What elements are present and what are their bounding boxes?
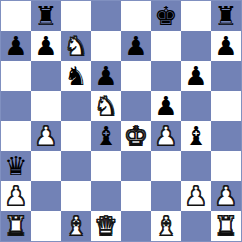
square-e6[interactable] bbox=[121, 61, 151, 91]
square-d3[interactable] bbox=[91, 151, 121, 181]
square-b6[interactable] bbox=[31, 61, 61, 91]
square-e4[interactable]: ♚ bbox=[121, 121, 151, 151]
chess-board: ♜♚♜♟♟♞♟♟♞♟♟♞♟♟♝♚♟♝♛♟♟♟♜♝♛♝♜ bbox=[0, 0, 242, 242]
square-b1[interactable] bbox=[31, 211, 61, 241]
square-c4[interactable] bbox=[61, 121, 91, 151]
piece-white-pawn: ♟ bbox=[214, 181, 237, 211]
square-h7[interactable]: ♟ bbox=[211, 31, 241, 61]
square-a5[interactable] bbox=[1, 91, 31, 121]
square-a6[interactable] bbox=[1, 61, 31, 91]
square-h1[interactable]: ♜ bbox=[211, 211, 241, 241]
square-g2[interactable]: ♟ bbox=[181, 181, 211, 211]
square-f4[interactable]: ♟ bbox=[151, 121, 181, 151]
square-g3[interactable] bbox=[181, 151, 211, 181]
square-a1[interactable]: ♜ bbox=[1, 211, 31, 241]
piece-white-bishop: ♝ bbox=[154, 211, 177, 241]
piece-white-king: ♚ bbox=[124, 121, 147, 151]
piece-white-pawn: ♟ bbox=[184, 181, 207, 211]
piece-black-rook: ♜ bbox=[34, 1, 57, 31]
piece-black-pawn: ♟ bbox=[34, 31, 57, 61]
square-d2[interactable] bbox=[91, 181, 121, 211]
piece-black-pawn: ♟ bbox=[4, 31, 27, 61]
piece-black-king: ♚ bbox=[154, 1, 177, 31]
square-g5[interactable] bbox=[181, 91, 211, 121]
piece-black-pawn: ♟ bbox=[124, 31, 147, 61]
square-e7[interactable]: ♟ bbox=[121, 31, 151, 61]
square-g1[interactable] bbox=[181, 211, 211, 241]
piece-white-pawn: ♟ bbox=[4, 181, 27, 211]
square-h3[interactable] bbox=[211, 151, 241, 181]
square-b3[interactable] bbox=[31, 151, 61, 181]
square-e1[interactable] bbox=[121, 211, 151, 241]
square-e3[interactable] bbox=[121, 151, 151, 181]
square-e2[interactable] bbox=[121, 181, 151, 211]
square-a2[interactable]: ♟ bbox=[1, 181, 31, 211]
square-f1[interactable]: ♝ bbox=[151, 211, 181, 241]
square-d4[interactable]: ♝ bbox=[91, 121, 121, 151]
piece-white-rook: ♜ bbox=[4, 211, 27, 241]
square-f3[interactable] bbox=[151, 151, 181, 181]
square-h5[interactable] bbox=[211, 91, 241, 121]
square-a3[interactable]: ♛ bbox=[1, 151, 31, 181]
square-d1[interactable]: ♛ bbox=[91, 211, 121, 241]
square-d6[interactable]: ♟ bbox=[91, 61, 121, 91]
square-h4[interactable] bbox=[211, 121, 241, 151]
square-d8[interactable] bbox=[91, 1, 121, 31]
piece-black-queen: ♛ bbox=[4, 151, 27, 181]
square-f2[interactable] bbox=[151, 181, 181, 211]
square-f5[interactable]: ♟ bbox=[151, 91, 181, 121]
piece-black-rook: ♜ bbox=[214, 1, 237, 31]
piece-white-queen: ♛ bbox=[94, 211, 117, 241]
square-a7[interactable]: ♟ bbox=[1, 31, 31, 61]
square-b2[interactable] bbox=[31, 181, 61, 211]
square-f7[interactable] bbox=[151, 31, 181, 61]
square-c2[interactable] bbox=[61, 181, 91, 211]
square-c6[interactable]: ♞ bbox=[61, 61, 91, 91]
square-c8[interactable] bbox=[61, 1, 91, 31]
square-e5[interactable] bbox=[121, 91, 151, 121]
square-g8[interactable] bbox=[181, 1, 211, 31]
square-f8[interactable]: ♚ bbox=[151, 1, 181, 31]
square-b8[interactable]: ♜ bbox=[31, 1, 61, 31]
square-g4[interactable]: ♝ bbox=[181, 121, 211, 151]
square-c7[interactable]: ♞ bbox=[61, 31, 91, 61]
square-e8[interactable] bbox=[121, 1, 151, 31]
square-c1[interactable]: ♝ bbox=[61, 211, 91, 241]
piece-black-knight: ♞ bbox=[64, 61, 87, 91]
piece-white-knight: ♞ bbox=[94, 91, 117, 121]
square-h6[interactable] bbox=[211, 61, 241, 91]
piece-white-pawn: ♟ bbox=[154, 121, 177, 151]
piece-black-pawn: ♟ bbox=[214, 31, 237, 61]
piece-white-bishop: ♝ bbox=[64, 211, 87, 241]
piece-black-pawn: ♟ bbox=[184, 61, 207, 91]
square-a4[interactable] bbox=[1, 121, 31, 151]
square-d7[interactable] bbox=[91, 31, 121, 61]
square-c5[interactable] bbox=[61, 91, 91, 121]
piece-black-pawn: ♟ bbox=[94, 61, 117, 91]
square-g6[interactable]: ♟ bbox=[181, 61, 211, 91]
square-g7[interactable] bbox=[181, 31, 211, 61]
square-b5[interactable] bbox=[31, 91, 61, 121]
square-f6[interactable] bbox=[151, 61, 181, 91]
piece-black-bishop: ♝ bbox=[94, 121, 117, 151]
square-b4[interactable]: ♟ bbox=[31, 121, 61, 151]
square-a8[interactable] bbox=[1, 1, 31, 31]
square-b7[interactable]: ♟ bbox=[31, 31, 61, 61]
piece-white-pawn: ♟ bbox=[34, 121, 57, 151]
square-h8[interactable]: ♜ bbox=[211, 1, 241, 31]
square-h2[interactable]: ♟ bbox=[211, 181, 241, 211]
piece-white-knight: ♞ bbox=[64, 31, 87, 61]
piece-black-pawn: ♟ bbox=[154, 91, 177, 121]
square-d5[interactable]: ♞ bbox=[91, 91, 121, 121]
piece-black-bishop: ♝ bbox=[184, 121, 207, 151]
piece-white-rook: ♜ bbox=[214, 211, 237, 241]
square-c3[interactable] bbox=[61, 151, 91, 181]
